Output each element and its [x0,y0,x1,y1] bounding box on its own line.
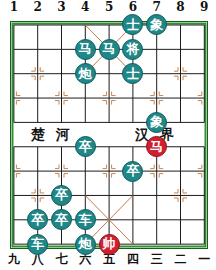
piece-black-elephant[interactable]: 象 [146,112,167,133]
piece-black-chariot[interactable]: 车 [27,234,48,255]
piece-black-soldier[interactable]: 卒 [27,209,48,230]
piece-grid: 士象马马将炮士象卒马卒卒卒卒车车炮帅 [2,13,216,256]
piece-black-horse[interactable]: 马 [75,39,96,60]
piece-red-horse[interactable]: 马 [146,136,167,157]
piece-black-soldier[interactable]: 卒 [51,185,72,206]
piece-black-chariot[interactable]: 车 [75,209,96,230]
piece-black-soldier[interactable]: 卒 [51,209,72,230]
piece-black-cannon[interactable]: 炮 [75,63,96,84]
piece-black-horse[interactable]: 马 [99,39,120,60]
piece-black-cannon[interactable]: 炮 [75,234,96,255]
piece-black-soldier[interactable]: 卒 [75,136,96,157]
piece-black-advisor[interactable]: 士 [122,63,143,84]
piece-black-soldier[interactable]: 卒 [122,161,143,182]
xiangqi-board-diagram: 123456789 楚河 汉界 士象马马将炮士象卒马卒卒卒卒车车炮帅 九八七六五… [0,0,216,270]
piece-black-elephant[interactable]: 象 [146,14,167,35]
piece-red-general[interactable]: 帅 [99,234,120,255]
piece-black-advisor[interactable]: 士 [122,14,143,35]
piece-black-general[interactable]: 将 [122,39,143,60]
